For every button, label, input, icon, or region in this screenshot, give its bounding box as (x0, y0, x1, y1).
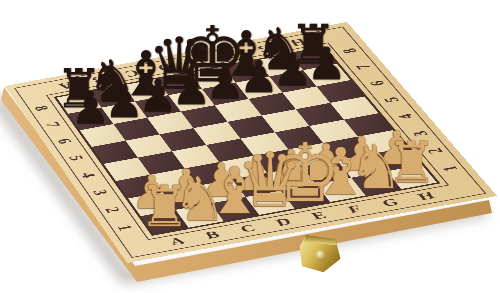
piece-black-pawn-a7[interactable]: ♟ (69, 86, 113, 130)
chess-set-photo: AA88BB77CC66DD55EE44FF33GG22HH11 ♜♞♝♛♚♝♞… (0, 0, 500, 293)
pieces-layer: ♜♞♝♛♚♝♞♜♟♟♟♟♟♟♟♟♟♟♟♟♟♟♟♟♜♞♝♛♚♝♞♜ (0, 0, 500, 293)
piece-white-rook-a1[interactable]: ♜ (136, 179, 192, 235)
